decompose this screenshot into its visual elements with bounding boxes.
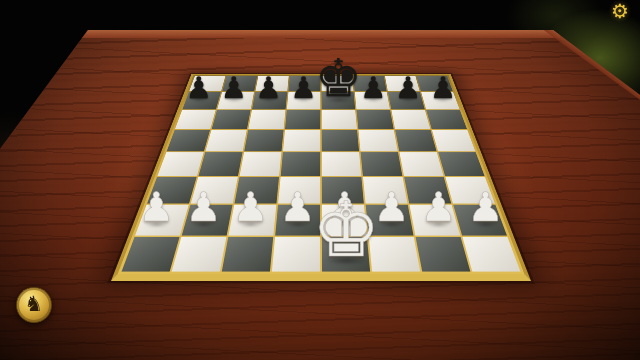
chess-piece-white-pawn[interactable]: ♟ <box>418 188 458 228</box>
knight-icon: ♞ <box>25 294 44 315</box>
chess-piece-black-pawn[interactable]: ♟ <box>254 73 284 103</box>
chess-piece-black-pawn[interactable]: ♟ <box>393 73 423 103</box>
knight-badge[interactable]: ♞ <box>16 287 52 323</box>
game-scene: ♟♟♟♟♚♟♟♟♟♟♟♟♟♟♟♟♚ ⚙ ♞ <box>0 0 640 360</box>
chess-piece-white-pawn[interactable]: ♟ <box>183 188 223 228</box>
chess-piece-black-king[interactable]: ♚ <box>312 52 364 104</box>
chess-piece-black-pawn[interactable]: ♟ <box>358 73 388 103</box>
chess-piece-black-pawn[interactable]: ♟ <box>219 73 249 103</box>
chess-piece-white-king[interactable]: ♚ <box>308 193 384 269</box>
chess-piece-black-pawn[interactable]: ♟ <box>184 73 214 103</box>
pieces-layer: ♟♟♟♟♚♟♟♟♟♟♟♟♟♟♟♟♚ <box>0 0 640 360</box>
chess-piece-white-pawn[interactable]: ♟ <box>136 188 176 228</box>
chess-piece-white-pawn[interactable]: ♟ <box>465 188 505 228</box>
settings-gear-icon[interactable]: ⚙ <box>611 1 629 21</box>
chess-piece-white-pawn[interactable]: ♟ <box>230 188 270 228</box>
chess-piece-black-pawn[interactable]: ♟ <box>428 73 458 103</box>
